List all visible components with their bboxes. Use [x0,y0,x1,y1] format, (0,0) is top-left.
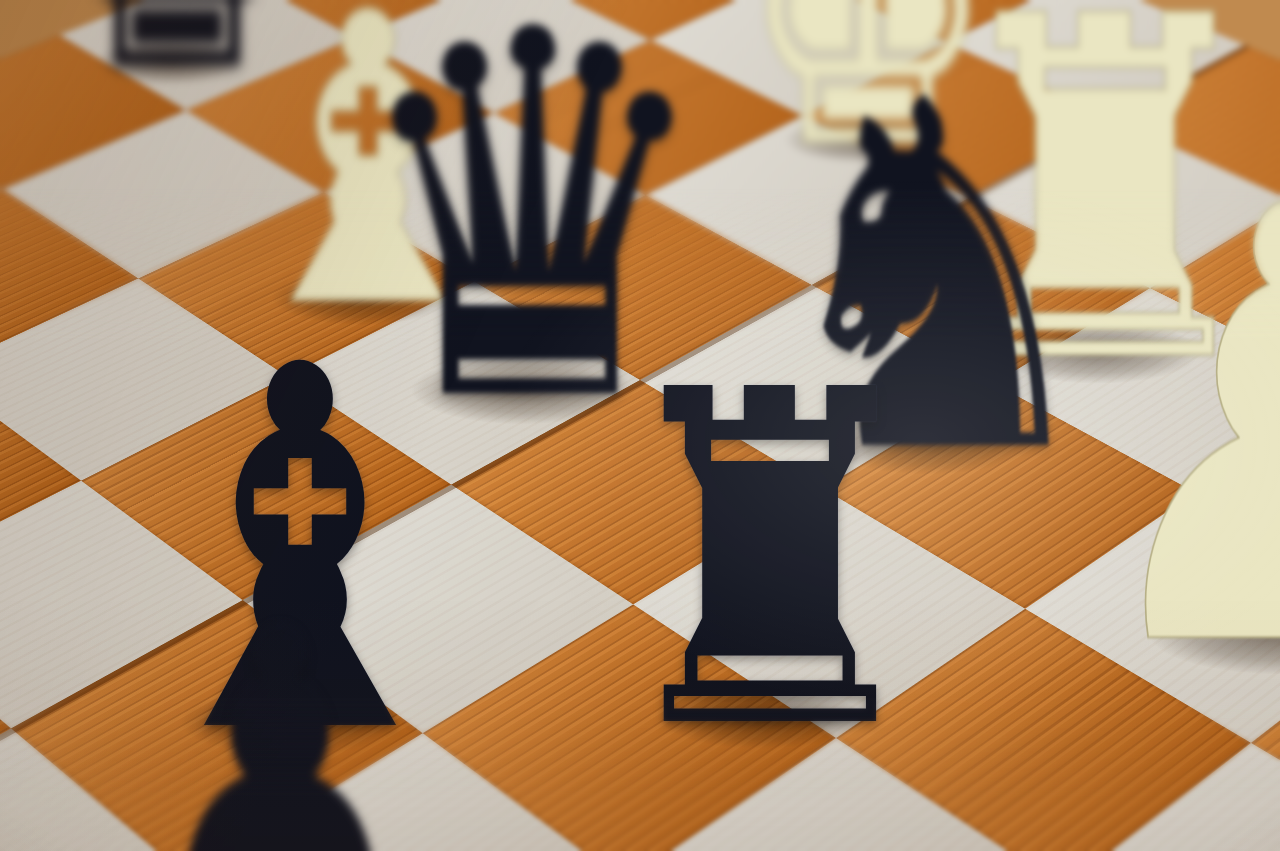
chess-board [0,0,1280,851]
chess-photo-scene: ♚♝♚♛♞♜♝♜♟♟ [0,0,1280,851]
